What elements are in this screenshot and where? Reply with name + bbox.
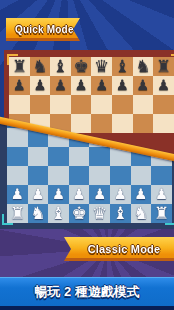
piece-bp: ♟ <box>95 76 108 95</box>
board-square[interactable] <box>71 95 92 114</box>
board-square[interactable]: ♛ <box>89 204 110 223</box>
piece-bn: ♞ <box>135 57 150 76</box>
board-square[interactable]: ♟ <box>131 185 152 204</box>
board-square[interactable] <box>50 95 71 114</box>
board-square[interactable] <box>112 95 133 114</box>
banner-bottom-edge <box>64 258 174 261</box>
board-square[interactable] <box>151 166 172 185</box>
board-square[interactable]: ♞ <box>131 204 152 223</box>
board-square[interactable]: ♟ <box>30 76 51 95</box>
board-square[interactable]: ♟ <box>71 76 92 95</box>
board-square[interactable]: ♟ <box>50 76 71 95</box>
board-square[interactable]: ♞ <box>28 204 49 223</box>
board-square[interactable] <box>28 166 49 185</box>
piece-br: ♜ <box>156 57 171 76</box>
board-square[interactable]: ♞ <box>133 57 154 76</box>
board-square[interactable]: ♝ <box>112 57 133 76</box>
bottom-strip <box>0 306 174 310</box>
quick-mode-label: Quick Mode <box>15 24 74 35</box>
board-square[interactable]: ♟ <box>112 76 133 95</box>
board-square[interactable] <box>91 95 112 114</box>
board-square[interactable] <box>7 128 28 147</box>
board-square[interactable]: ♝ <box>48 204 69 223</box>
gold-corner-bracket-icon <box>7 54 18 65</box>
board-square[interactable]: ♟ <box>91 76 112 95</box>
piece-wp: ♟ <box>11 185 24 204</box>
board-square[interactable] <box>71 114 92 133</box>
piece-bp: ♟ <box>54 76 67 95</box>
piece-wp: ♟ <box>134 185 147 204</box>
board-square[interactable]: ♝ <box>110 204 131 223</box>
piece-wp: ♟ <box>73 185 86 204</box>
board-square[interactable] <box>7 166 28 185</box>
classic-mode-banner[interactable]: Classic Mode <box>64 237 174 261</box>
board-square[interactable] <box>30 95 51 114</box>
board-square[interactable]: ♟ <box>133 76 154 95</box>
board-square[interactable]: ♟ <box>69 185 90 204</box>
piece-wp: ♟ <box>114 185 127 204</box>
board-square[interactable]: ♚ <box>69 204 90 223</box>
piece-wb: ♝ <box>113 204 128 223</box>
board-square[interactable]: ♛ <box>91 57 112 76</box>
board-square[interactable] <box>69 166 90 185</box>
board-square[interactable] <box>28 147 49 166</box>
gold-corner-bracket-icon <box>171 54 174 65</box>
piece-wq: ♛ <box>92 204 107 223</box>
board-square[interactable]: ♟ <box>110 185 131 204</box>
board-square[interactable]: ♞ <box>30 57 51 76</box>
teal-corner-bracket-icon <box>165 214 174 225</box>
board-square[interactable]: ♟ <box>153 76 174 95</box>
caption-text: 暢玩 2 種遊戲模式 <box>34 283 139 301</box>
board-square[interactable] <box>89 166 110 185</box>
board-square[interactable] <box>131 166 152 185</box>
board-square[interactable] <box>89 147 110 166</box>
board-square[interactable] <box>153 114 174 133</box>
quick-mode-banner[interactable]: Quick Mode <box>6 18 80 41</box>
piece-wb: ♝ <box>51 204 66 223</box>
promo-screenshot: ♟♟♟♟♟♟♟♟♜♞♝♚♛♝♞♜ ♜♞♝♚♛♝♞♜♟♟♟♟♟♟♟♟ Quick … <box>0 0 174 310</box>
board-square[interactable] <box>133 114 154 133</box>
banner-bottom-edge <box>6 38 80 41</box>
teal-corner-bracket-icon <box>2 214 13 225</box>
board-square[interactable]: ♟ <box>7 185 28 204</box>
board-square[interactable]: ♚ <box>71 57 92 76</box>
board-square[interactable]: ♟ <box>89 185 110 204</box>
board-square[interactable] <box>48 166 69 185</box>
piece-wp: ♟ <box>31 185 44 204</box>
board-square[interactable] <box>133 95 154 114</box>
piece-bp: ♟ <box>157 76 170 95</box>
board-square[interactable] <box>48 147 69 166</box>
piece-bq: ♛ <box>94 57 109 76</box>
piece-bp: ♟ <box>13 76 26 95</box>
piece-bb: ♝ <box>53 57 68 76</box>
board-square[interactable]: ♟ <box>48 185 69 204</box>
classic-mode-label: Classic Mode <box>88 243 161 255</box>
board-square[interactable] <box>153 95 174 114</box>
caption-bar: 暢玩 2 種遊戲模式 <box>0 277 174 306</box>
board-square[interactable]: ♝ <box>50 57 71 76</box>
board-square[interactable]: ♟ <box>28 185 49 204</box>
piece-wn: ♞ <box>133 204 148 223</box>
piece-bp: ♟ <box>116 76 129 95</box>
board-square[interactable]: ♟ <box>9 76 30 95</box>
piece-bb: ♝ <box>115 57 130 76</box>
piece-bp: ♟ <box>75 76 88 95</box>
board-square[interactable] <box>69 147 90 166</box>
board-square[interactable] <box>7 147 28 166</box>
piece-wk: ♚ <box>71 204 86 223</box>
board-square[interactable]: ♟ <box>151 185 172 204</box>
piece-wp: ♟ <box>93 185 106 204</box>
piece-wn: ♞ <box>30 204 45 223</box>
quick-board-grid: ♜♞♝♚♛♝♞♜♟♟♟♟♟♟♟♟ <box>9 57 174 133</box>
piece-wp: ♟ <box>52 185 65 204</box>
board-square[interactable] <box>9 95 30 114</box>
piece-bp: ♟ <box>33 76 46 95</box>
piece-bk: ♚ <box>73 57 88 76</box>
piece-bn: ♞ <box>32 57 47 76</box>
board-square[interactable] <box>110 166 131 185</box>
piece-wp: ♟ <box>155 185 168 204</box>
piece-bp: ♟ <box>136 76 149 95</box>
board-square[interactable] <box>112 114 133 133</box>
board-square[interactable] <box>91 114 112 133</box>
